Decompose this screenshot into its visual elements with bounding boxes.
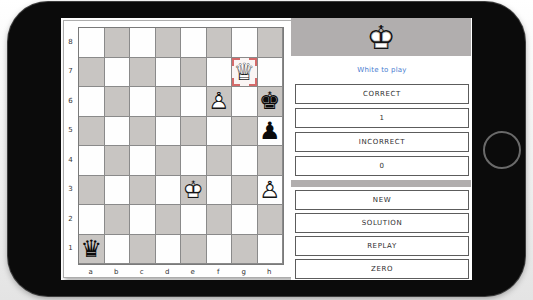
black-pawn-piece[interactable]: ♟	[258, 117, 283, 146]
chessboard[interactable]: ♛♕♟♙♚♟♚♔♟♙♛	[78, 27, 284, 265]
rank-label-4: 4	[64, 145, 77, 175]
section-divider	[291, 180, 471, 187]
square-b2[interactable]	[105, 205, 131, 235]
square-e1[interactable]	[181, 235, 207, 265]
square-c7[interactable]	[130, 58, 156, 88]
square-d3[interactable]	[156, 176, 182, 206]
square-f8[interactable]	[207, 28, 233, 58]
square-b5[interactable]	[105, 117, 131, 147]
square-h2[interactable]	[258, 205, 284, 235]
home-button[interactable]	[483, 131, 521, 169]
square-g4[interactable]	[232, 146, 258, 176]
square-h5[interactable]: ♟	[258, 117, 284, 147]
incorrect-label: INCORRECT	[295, 132, 469, 152]
square-a3[interactable]	[79, 176, 105, 206]
square-d6[interactable]	[156, 87, 182, 117]
square-d1[interactable]	[156, 235, 182, 265]
file-label-b: b	[104, 265, 130, 278]
file-label-g: g	[231, 265, 257, 278]
correct-label: CORRECT	[295, 84, 469, 104]
square-b7[interactable]	[105, 58, 131, 88]
app-screen: 87654321 ♛♕♟♙♚♟♚♔♟♙♛ abcdefgh ♚ ♔ White …	[61, 18, 472, 280]
square-g8[interactable]	[232, 28, 258, 58]
square-b3[interactable]	[105, 176, 131, 206]
square-g2[interactable]	[232, 205, 258, 235]
phone-frame: 87654321 ♛♕♟♙♚♟♚♔♟♙♛ abcdefgh ♚ ♔ White …	[8, 2, 525, 296]
square-f6[interactable]: ♟♙	[207, 87, 233, 117]
square-h8[interactable]	[258, 28, 284, 58]
white-king-piece[interactable]: ♚♔	[181, 176, 206, 205]
correct-count: 1	[295, 108, 469, 128]
square-e5[interactable]	[181, 117, 207, 147]
square-b6[interactable]	[105, 87, 131, 117]
incorrect-count: 0	[295, 156, 469, 176]
side-panel: ♚ ♔ White to playCORRECT1INCORRECT0NEWSO…	[291, 18, 471, 280]
square-f5[interactable]	[207, 117, 233, 147]
square-e7[interactable]	[181, 58, 207, 88]
zero-button[interactable]: ZERO	[295, 259, 469, 279]
rank-label-6: 6	[64, 86, 77, 116]
black-king-piece[interactable]: ♚	[258, 87, 283, 116]
square-h4[interactable]	[258, 146, 284, 176]
square-c8[interactable]	[130, 28, 156, 58]
status-white-to-play: White to play	[295, 60, 469, 80]
square-g1[interactable]	[232, 235, 258, 265]
square-f4[interactable]	[207, 146, 233, 176]
file-labels: abcdefgh	[78, 265, 282, 278]
chessboard-panel: 87654321 ♛♕♟♙♚♟♚♔♟♙♛ abcdefgh	[63, 20, 292, 278]
square-d8[interactable]	[156, 28, 182, 58]
square-c5[interactable]	[130, 117, 156, 147]
square-a5[interactable]	[79, 117, 105, 147]
square-d4[interactable]	[156, 146, 182, 176]
square-a4[interactable]	[79, 146, 105, 176]
file-label-a: a	[78, 265, 104, 278]
file-label-d: d	[155, 265, 181, 278]
file-label-c: c	[129, 265, 155, 278]
square-b1[interactable]	[105, 235, 131, 265]
rank-label-7: 7	[64, 57, 77, 87]
rank-label-5: 5	[64, 116, 77, 146]
file-label-f: f	[206, 265, 232, 278]
square-a2[interactable]	[79, 205, 105, 235]
square-b8[interactable]	[105, 28, 131, 58]
white-pawn-piece[interactable]: ♟♙	[207, 87, 232, 116]
square-d7[interactable]	[156, 58, 182, 88]
rank-label-2: 2	[64, 204, 77, 234]
replay-button[interactable]: REPLAY	[295, 236, 469, 256]
white-queen-piece[interactable]: ♛♕	[232, 58, 257, 87]
new-button[interactable]: NEW	[295, 190, 469, 210]
square-f3[interactable]	[207, 176, 233, 206]
file-label-e: e	[180, 265, 206, 278]
square-e8[interactable]	[181, 28, 207, 58]
square-g5[interactable]	[232, 117, 258, 147]
square-a1[interactable]: ♛	[79, 235, 105, 265]
square-d2[interactable]	[156, 205, 182, 235]
square-b4[interactable]	[105, 146, 131, 176]
square-h1[interactable]	[258, 235, 284, 265]
square-c1[interactable]	[130, 235, 156, 265]
square-c4[interactable]	[130, 146, 156, 176]
square-h6[interactable]: ♚	[258, 87, 284, 117]
square-f2[interactable]	[207, 205, 233, 235]
square-g7[interactable]: ♛♕	[232, 58, 258, 88]
square-c6[interactable]	[130, 87, 156, 117]
square-f1[interactable]	[207, 235, 233, 265]
square-h3[interactable]: ♟♙	[258, 176, 284, 206]
square-a8[interactable]	[79, 28, 105, 58]
square-e2[interactable]	[181, 205, 207, 235]
square-e3[interactable]: ♚♔	[181, 176, 207, 206]
square-e4[interactable]	[181, 146, 207, 176]
square-h7[interactable]	[258, 58, 284, 88]
square-c2[interactable]	[130, 205, 156, 235]
square-g3[interactable]	[232, 176, 258, 206]
square-d5[interactable]	[156, 117, 182, 147]
white-pawn-piece[interactable]: ♟♙	[258, 176, 283, 205]
rank-label-1: 1	[64, 234, 77, 264]
rank-labels: 87654321	[64, 27, 77, 263]
panel-header: ♚ ♔	[291, 18, 471, 56]
square-e6[interactable]	[181, 87, 207, 117]
solution-button[interactable]: SOLUTION	[295, 213, 469, 233]
rank-label-3: 3	[64, 175, 77, 205]
white-king-icon: ♚ ♔	[363, 19, 399, 55]
black-queen-piece[interactable]: ♛	[79, 235, 104, 264]
file-label-h: h	[257, 265, 283, 278]
square-a6[interactable]	[79, 87, 105, 117]
square-c3[interactable]	[130, 176, 156, 206]
square-f7[interactable]	[207, 58, 233, 88]
square-g6[interactable]	[232, 87, 258, 117]
rank-label-8: 8	[64, 27, 77, 57]
square-a7[interactable]	[79, 58, 105, 88]
